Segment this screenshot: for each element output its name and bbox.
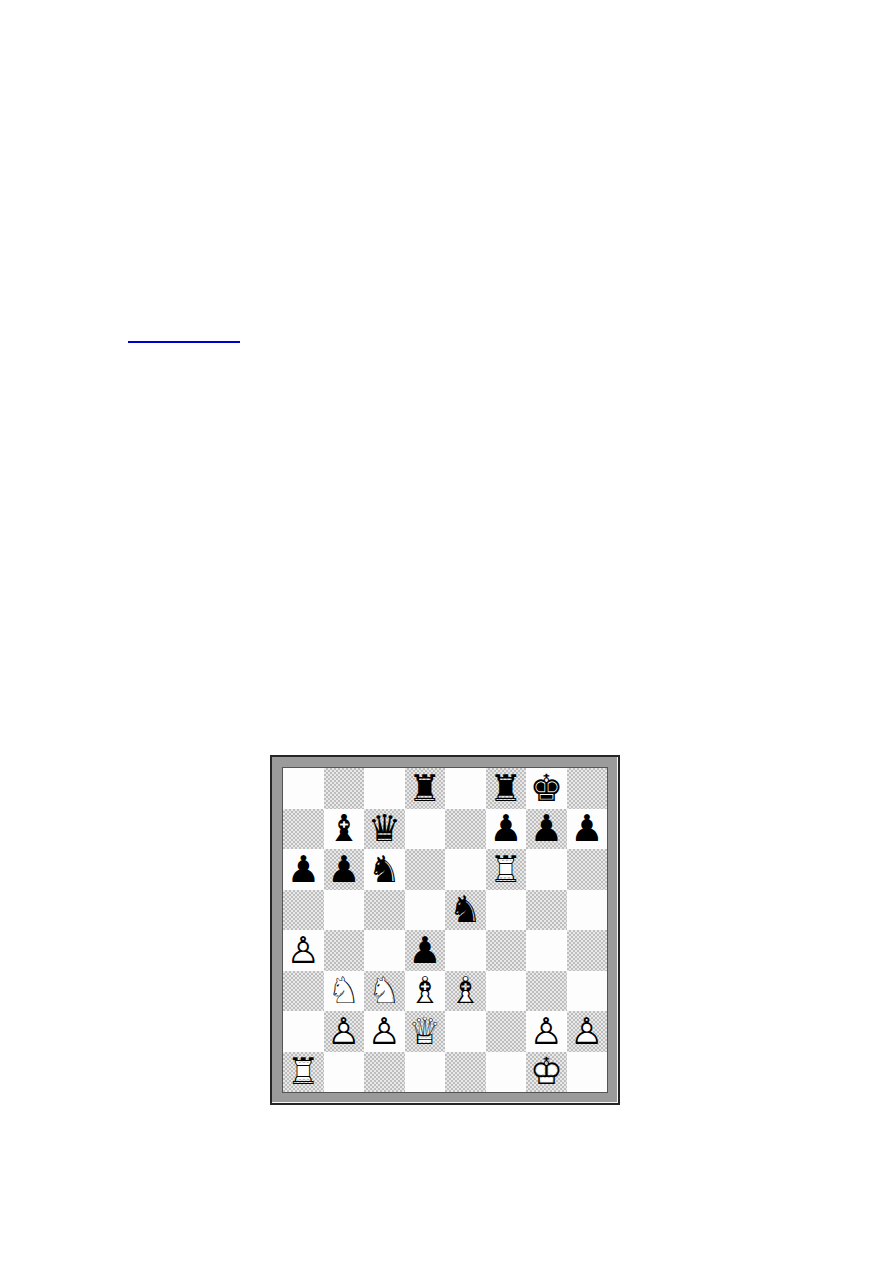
white-pawn-icon: ♟♙ [570, 1013, 603, 1050]
square-c1 [364, 1052, 405, 1093]
square-b8 [324, 768, 365, 809]
black-king-icon: ♚ [530, 770, 563, 807]
square-g5 [526, 890, 567, 931]
square-a4: ♟♙ [283, 930, 324, 971]
white-rook-icon: ♜♖ [287, 1053, 320, 1090]
square-g6 [526, 849, 567, 890]
square-c7: ♛ [364, 809, 405, 850]
square-c6: ♞ [364, 849, 405, 890]
page: { "game": "chess", "page": { "background… [0, 0, 893, 1263]
square-h1 [567, 1052, 608, 1093]
square-d1 [405, 1052, 446, 1093]
link-underline[interactable] [128, 341, 240, 343]
square-h3 [567, 971, 608, 1012]
square-f1 [486, 1052, 527, 1093]
board-frame: ♜♜♚♝♛♟♟♟♟♟♞♜♖♞♟♙♟♞♘♞♘♝♗♝♗♟♙♟♙♛♕♟♙♟♙♜♖♚♔ [270, 755, 620, 1105]
chess-diagram: ♜♜♚♝♛♟♟♟♟♟♞♜♖♞♟♙♟♞♘♞♘♝♗♝♗♟♙♟♙♛♕♟♙♟♙♜♖♚♔ [270, 755, 620, 1105]
white-bishop-icon: ♝♗ [449, 972, 482, 1009]
square-b1 [324, 1052, 365, 1093]
black-rook-icon: ♜ [408, 770, 441, 807]
black-rook-icon: ♜ [489, 770, 522, 807]
square-a8 [283, 768, 324, 809]
square-c8 [364, 768, 405, 809]
square-f7: ♟ [486, 809, 527, 850]
black-bishop-icon: ♝ [327, 810, 360, 847]
square-a5 [283, 890, 324, 931]
square-e3: ♝♗ [445, 971, 486, 1012]
black-knight-icon: ♞ [368, 851, 401, 888]
square-h2: ♟♙ [567, 1011, 608, 1052]
square-b5 [324, 890, 365, 931]
white-knight-icon: ♞♘ [327, 972, 360, 1009]
black-pawn-icon: ♟ [408, 932, 441, 969]
square-c4 [364, 930, 405, 971]
black-queen-icon: ♛ [368, 810, 401, 847]
square-d2: ♛♕ [405, 1011, 446, 1052]
white-knight-icon: ♞♘ [368, 972, 401, 1009]
square-b2: ♟♙ [324, 1011, 365, 1052]
white-queen-icon: ♛♕ [408, 1013, 441, 1050]
black-pawn-icon: ♟ [287, 851, 320, 888]
square-f4 [486, 930, 527, 971]
square-f6: ♜♖ [486, 849, 527, 890]
white-pawn-icon: ♟♙ [327, 1013, 360, 1050]
square-e4 [445, 930, 486, 971]
square-d6 [405, 849, 446, 890]
square-e2 [445, 1011, 486, 1052]
black-pawn-icon: ♟ [570, 810, 603, 847]
square-h7: ♟ [567, 809, 608, 850]
square-g8: ♚ [526, 768, 567, 809]
square-g3 [526, 971, 567, 1012]
square-b3: ♞♘ [324, 971, 365, 1012]
white-king-icon: ♚♔ [530, 1053, 563, 1090]
black-pawn-icon: ♟ [530, 810, 563, 847]
square-e6 [445, 849, 486, 890]
chess-board: ♜♜♚♝♛♟♟♟♟♟♞♜♖♞♟♙♟♞♘♞♘♝♗♝♗♟♙♟♙♛♕♟♙♟♙♜♖♚♔ [282, 767, 608, 1093]
square-a3 [283, 971, 324, 1012]
square-g4 [526, 930, 567, 971]
square-c3: ♞♘ [364, 971, 405, 1012]
square-e5: ♞ [445, 890, 486, 931]
square-c2: ♟♙ [364, 1011, 405, 1052]
square-g7: ♟ [526, 809, 567, 850]
black-knight-icon: ♞ [449, 891, 482, 928]
square-f3 [486, 971, 527, 1012]
square-h8 [567, 768, 608, 809]
square-d3: ♝♗ [405, 971, 446, 1012]
square-b7: ♝ [324, 809, 365, 850]
square-g2: ♟♙ [526, 1011, 567, 1052]
white-pawn-icon: ♟♙ [368, 1013, 401, 1050]
square-b6: ♟ [324, 849, 365, 890]
square-h5 [567, 890, 608, 931]
square-e7 [445, 809, 486, 850]
square-b4 [324, 930, 365, 971]
square-f8: ♜ [486, 768, 527, 809]
black-pawn-icon: ♟ [327, 851, 360, 888]
square-e8 [445, 768, 486, 809]
square-a2 [283, 1011, 324, 1052]
square-d5 [405, 890, 446, 931]
square-f5 [486, 890, 527, 931]
square-a6: ♟ [283, 849, 324, 890]
square-d7 [405, 809, 446, 850]
white-pawn-icon: ♟♙ [530, 1013, 563, 1050]
square-h4 [567, 930, 608, 971]
white-bishop-icon: ♝♗ [408, 972, 441, 1009]
square-h6 [567, 849, 608, 890]
square-d4: ♟ [405, 930, 446, 971]
white-rook-icon: ♜♖ [489, 851, 522, 888]
black-pawn-icon: ♟ [489, 810, 522, 847]
square-g1: ♚♔ [526, 1052, 567, 1093]
square-a7 [283, 809, 324, 850]
square-a1: ♜♖ [283, 1052, 324, 1093]
square-c5 [364, 890, 405, 931]
white-pawn-icon: ♟♙ [287, 932, 320, 969]
square-e1 [445, 1052, 486, 1093]
square-d8: ♜ [405, 768, 446, 809]
square-f2 [486, 1011, 527, 1052]
